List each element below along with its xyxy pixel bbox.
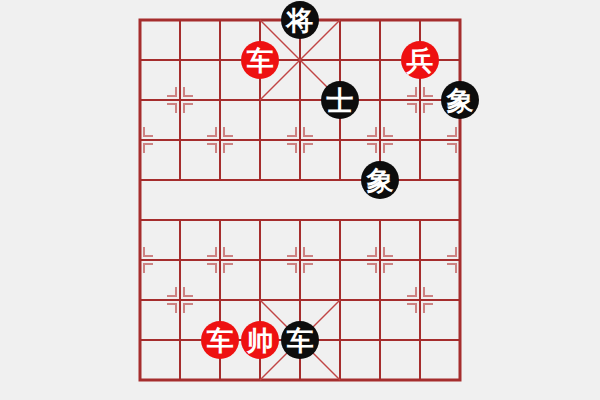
piece-red-general[interactable]: 帅 <box>240 320 280 360</box>
piece-red-chariot-1[interactable]: 车 <box>240 40 280 80</box>
red-piece-glyph: 兵 <box>401 41 439 79</box>
red-piece-glyph: 帅 <box>241 321 279 359</box>
piece-red-pawn[interactable]: 兵 <box>400 40 440 80</box>
screen: 将车兵士象象车帅车 <box>0 0 600 400</box>
black-piece-glyph: 象 <box>441 81 479 119</box>
black-piece-glyph: 车 <box>281 321 319 359</box>
piece-black-chariot[interactable]: 车 <box>280 320 320 360</box>
red-piece-glyph: 车 <box>201 321 239 359</box>
piece-layer: 将车兵士象象车帅车 <box>120 0 480 400</box>
piece-red-chariot-2[interactable]: 车 <box>200 320 240 360</box>
red-piece-glyph: 车 <box>241 41 279 79</box>
black-piece-glyph: 士 <box>321 81 359 119</box>
black-piece-glyph: 象 <box>361 161 399 199</box>
piece-black-elephant-1[interactable]: 象 <box>440 80 480 120</box>
piece-black-elephant-2[interactable]: 象 <box>360 160 400 200</box>
piece-black-advisor[interactable]: 士 <box>320 80 360 120</box>
xiangqi-board: 将车兵士象象车帅车 <box>0 0 600 400</box>
piece-black-general[interactable]: 将 <box>280 0 320 40</box>
black-piece-glyph: 将 <box>281 1 319 39</box>
